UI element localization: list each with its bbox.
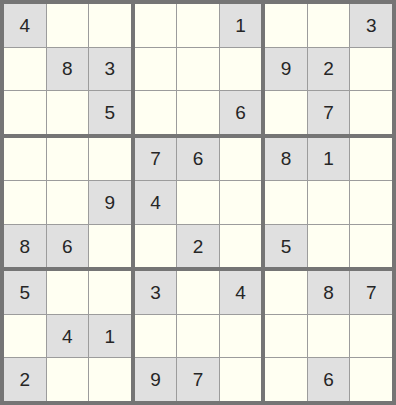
sudoku-cell-r8c3: 1 <box>89 315 131 358</box>
sudoku-cell-r3c6: 6 <box>220 91 262 134</box>
sudoku-cell-r7c5[interactable] <box>177 271 219 314</box>
sudoku-cell-r4c1[interactable] <box>4 138 46 181</box>
sudoku-cell-r6c6[interactable] <box>220 225 262 268</box>
sudoku-cell-r6c9[interactable] <box>350 225 392 268</box>
sudoku-cell-r4c2[interactable] <box>47 138 89 181</box>
sudoku-cell-r4c4: 7 <box>135 138 177 181</box>
sudoku-cell-r4c3[interactable] <box>89 138 131 181</box>
sudoku-cell-r5c1[interactable] <box>4 181 46 224</box>
sudoku-cell-r2c6[interactable] <box>220 48 262 91</box>
sudoku-box-r3c3: 876 <box>265 271 392 401</box>
sudoku-cell-r8c8[interactable] <box>308 315 350 358</box>
sudoku-cell-r3c8: 7 <box>308 91 350 134</box>
sudoku-cell-r7c6: 4 <box>220 271 262 314</box>
sudoku-cell-r3c5[interactable] <box>177 91 219 134</box>
sudoku-cell-r3c2[interactable] <box>47 91 89 134</box>
sudoku-cell-r2c5[interactable] <box>177 48 219 91</box>
sudoku-cell-r1c1: 4 <box>4 4 46 47</box>
sudoku-cell-r9c4: 9 <box>135 358 177 401</box>
sudoku-cell-r1c7[interactable] <box>265 4 307 47</box>
sudoku-cell-r5c8[interactable] <box>308 181 350 224</box>
sudoku-box-r3c2: 3497 <box>135 271 262 401</box>
sudoku-cell-r5c2[interactable] <box>47 181 89 224</box>
sudoku-cell-r2c4[interactable] <box>135 48 177 91</box>
sudoku-cell-r7c8: 8 <box>308 271 350 314</box>
sudoku-cell-r1c9: 3 <box>350 4 392 47</box>
sudoku-cell-r2c9[interactable] <box>350 48 392 91</box>
sudoku-cell-r6c1: 8 <box>4 225 46 268</box>
sudoku-cell-r2c8: 2 <box>308 48 350 91</box>
sudoku-cell-r8c1[interactable] <box>4 315 46 358</box>
sudoku-cell-r5c4: 4 <box>135 181 177 224</box>
sudoku-cell-r2c1[interactable] <box>4 48 46 91</box>
sudoku-cell-r7c7[interactable] <box>265 271 307 314</box>
sudoku-cell-r5c5[interactable] <box>177 181 219 224</box>
sudoku-cell-r8c9[interactable] <box>350 315 392 358</box>
sudoku-cell-r4c7: 8 <box>265 138 307 181</box>
sudoku-box-r3c1: 5412 <box>4 271 131 401</box>
sudoku-cell-r9c7[interactable] <box>265 358 307 401</box>
sudoku-cell-r1c8[interactable] <box>308 4 350 47</box>
sudoku-cell-r1c2[interactable] <box>47 4 89 47</box>
sudoku-cell-r2c7: 9 <box>265 48 307 91</box>
sudoku-cell-r6c7: 5 <box>265 225 307 268</box>
sudoku-cell-r9c2[interactable] <box>47 358 89 401</box>
sudoku-cell-r9c1: 2 <box>4 358 46 401</box>
sudoku-cell-r9c3[interactable] <box>89 358 131 401</box>
sudoku-cell-r6c2: 6 <box>47 225 89 268</box>
sudoku-cell-r7c3[interactable] <box>89 271 131 314</box>
sudoku-box-r1c3: 3927 <box>265 4 392 134</box>
sudoku-cell-r7c4: 3 <box>135 271 177 314</box>
sudoku-cell-r3c9[interactable] <box>350 91 392 134</box>
sudoku-cell-r9c8: 6 <box>308 358 350 401</box>
sudoku-box-r1c2: 16 <box>135 4 262 134</box>
sudoku-cell-r5c9[interactable] <box>350 181 392 224</box>
sudoku-box-r2c2: 7642 <box>135 138 262 268</box>
sudoku-box-r1c1: 4835 <box>4 4 131 134</box>
sudoku-cell-r2c2: 8 <box>47 48 89 91</box>
sudoku-cell-r8c7[interactable] <box>265 315 307 358</box>
sudoku-cell-r4c9[interactable] <box>350 138 392 181</box>
sudoku-board: 4835163927986764281554123497876 <box>0 0 396 405</box>
sudoku-cell-r8c4[interactable] <box>135 315 177 358</box>
sudoku-cell-r9c6[interactable] <box>220 358 262 401</box>
sudoku-cell-r7c9: 7 <box>350 271 392 314</box>
sudoku-cell-r9c9[interactable] <box>350 358 392 401</box>
sudoku-cell-r4c6[interactable] <box>220 138 262 181</box>
sudoku-cell-r6c3[interactable] <box>89 225 131 268</box>
sudoku-cell-r2c3: 3 <box>89 48 131 91</box>
sudoku-cell-r5c7[interactable] <box>265 181 307 224</box>
sudoku-cell-r6c4[interactable] <box>135 225 177 268</box>
sudoku-cell-r7c1: 5 <box>4 271 46 314</box>
sudoku-cell-r4c8: 1 <box>308 138 350 181</box>
sudoku-cell-r8c6[interactable] <box>220 315 262 358</box>
sudoku-cell-r6c8[interactable] <box>308 225 350 268</box>
sudoku-cell-r1c4[interactable] <box>135 4 177 47</box>
sudoku-cell-r1c5[interactable] <box>177 4 219 47</box>
sudoku-box-r2c3: 815 <box>265 138 392 268</box>
sudoku-cell-r3c1[interactable] <box>4 91 46 134</box>
sudoku-cell-r3c3: 5 <box>89 91 131 134</box>
sudoku-cell-r8c5[interactable] <box>177 315 219 358</box>
sudoku-cell-r7c2[interactable] <box>47 271 89 314</box>
sudoku-cell-r3c7[interactable] <box>265 91 307 134</box>
sudoku-cell-r6c5: 2 <box>177 225 219 268</box>
sudoku-cell-r9c5: 7 <box>177 358 219 401</box>
sudoku-cell-r8c2: 4 <box>47 315 89 358</box>
sudoku-cell-r4c5: 6 <box>177 138 219 181</box>
sudoku-cell-r5c6[interactable] <box>220 181 262 224</box>
sudoku-box-r2c1: 986 <box>4 138 131 268</box>
sudoku-cell-r1c3[interactable] <box>89 4 131 47</box>
sudoku-cell-r3c4[interactable] <box>135 91 177 134</box>
sudoku-cell-r1c6: 1 <box>220 4 262 47</box>
sudoku-cell-r5c3: 9 <box>89 181 131 224</box>
